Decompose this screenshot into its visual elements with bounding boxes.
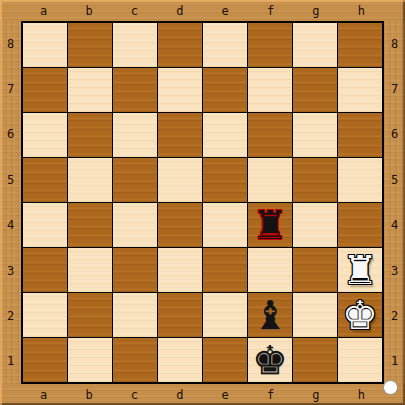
rank-labels-right: 87654321 <box>384 21 405 384</box>
square-d6[interactable] <box>158 113 202 157</box>
square-b4[interactable] <box>68 203 112 247</box>
rank-label-3: 3 <box>0 248 21 293</box>
black-bishop[interactable]: ♝ <box>252 293 288 337</box>
square-e3[interactable] <box>203 248 247 292</box>
rank-label-8: 8 <box>384 21 405 66</box>
square-b6[interactable] <box>68 113 112 157</box>
file-label-g: g <box>293 384 338 405</box>
square-g5[interactable] <box>293 158 337 202</box>
square-e7[interactable] <box>203 68 247 112</box>
file-label-h: h <box>339 384 384 405</box>
square-c6[interactable] <box>113 113 157 157</box>
white-king[interactable]: ♚ <box>342 293 378 337</box>
file-label-e: e <box>203 384 248 405</box>
file-label-d: d <box>157 0 202 21</box>
file-labels-bottom: abcdefgh <box>21 384 384 405</box>
square-c1[interactable] <box>113 338 157 382</box>
square-h8[interactable] <box>338 23 382 67</box>
square-e2[interactable] <box>203 293 247 337</box>
square-a1[interactable] <box>23 338 67 382</box>
square-f3[interactable] <box>248 248 292 292</box>
square-c8[interactable] <box>113 23 157 67</box>
square-g6[interactable] <box>293 113 337 157</box>
square-b1[interactable] <box>68 338 112 382</box>
rank-label-1: 1 <box>384 339 405 384</box>
square-g8[interactable] <box>293 23 337 67</box>
file-labels-top: abcdefgh <box>21 0 384 21</box>
square-f1[interactable]: ♚ <box>248 338 292 382</box>
square-d1[interactable] <box>158 338 202 382</box>
file-label-b: b <box>66 384 111 405</box>
square-a7[interactable] <box>23 68 67 112</box>
square-f6[interactable] <box>248 113 292 157</box>
black-rook[interactable]: ♜ <box>252 203 288 247</box>
file-label-e: e <box>203 0 248 21</box>
rank-label-2: 2 <box>384 293 405 338</box>
rank-label-4: 4 <box>384 203 405 248</box>
square-g2[interactable] <box>293 293 337 337</box>
square-c3[interactable] <box>113 248 157 292</box>
square-h4[interactable] <box>338 203 382 247</box>
file-label-h: h <box>339 0 384 21</box>
file-label-g: g <box>293 0 338 21</box>
side-to-move-indicator <box>383 380 398 395</box>
square-a6[interactable] <box>23 113 67 157</box>
square-f5[interactable] <box>248 158 292 202</box>
square-b5[interactable] <box>68 158 112 202</box>
square-d7[interactable] <box>158 68 202 112</box>
file-label-f: f <box>248 384 293 405</box>
square-h1[interactable] <box>338 338 382 382</box>
rank-label-7: 7 <box>384 66 405 111</box>
file-label-c: c <box>112 0 157 21</box>
square-b2[interactable] <box>68 293 112 337</box>
square-f2[interactable]: ♝ <box>248 293 292 337</box>
square-c4[interactable] <box>113 203 157 247</box>
rank-label-8: 8 <box>0 21 21 66</box>
square-c5[interactable] <box>113 158 157 202</box>
file-label-b: b <box>66 0 111 21</box>
file-label-a: a <box>21 384 66 405</box>
square-c2[interactable] <box>113 293 157 337</box>
rank-label-5: 5 <box>0 157 21 202</box>
square-b8[interactable] <box>68 23 112 67</box>
square-e6[interactable] <box>203 113 247 157</box>
rank-label-6: 6 <box>384 112 405 157</box>
file-label-c: c <box>112 384 157 405</box>
white-rook[interactable]: ♜ <box>342 248 378 292</box>
rank-label-1: 1 <box>0 339 21 384</box>
file-label-f: f <box>248 0 293 21</box>
square-d8[interactable] <box>158 23 202 67</box>
black-king[interactable]: ♚ <box>252 338 288 382</box>
square-h3[interactable]: ♜ <box>338 248 382 292</box>
square-c7[interactable] <box>113 68 157 112</box>
rank-label-7: 7 <box>0 66 21 111</box>
square-b7[interactable] <box>68 68 112 112</box>
square-g7[interactable] <box>293 68 337 112</box>
square-a3[interactable] <box>23 248 67 292</box>
square-g3[interactable] <box>293 248 337 292</box>
rank-label-2: 2 <box>0 293 21 338</box>
square-f7[interactable] <box>248 68 292 112</box>
square-g4[interactable] <box>293 203 337 247</box>
square-d4[interactable] <box>158 203 202 247</box>
square-e8[interactable] <box>203 23 247 67</box>
square-b3[interactable] <box>68 248 112 292</box>
square-a4[interactable] <box>23 203 67 247</box>
square-h7[interactable] <box>338 68 382 112</box>
square-d5[interactable] <box>158 158 202 202</box>
square-e5[interactable] <box>203 158 247 202</box>
square-a8[interactable] <box>23 23 67 67</box>
square-f4[interactable]: ♜ <box>248 203 292 247</box>
rank-labels-left: 87654321 <box>0 21 21 384</box>
rank-label-3: 3 <box>384 248 405 293</box>
square-f8[interactable] <box>248 23 292 67</box>
square-a2[interactable] <box>23 293 67 337</box>
chess-board: ♜♜♝♚♚ <box>21 21 384 384</box>
square-h6[interactable] <box>338 113 382 157</box>
square-h5[interactable] <box>338 158 382 202</box>
square-d2[interactable] <box>158 293 202 337</box>
square-g1[interactable] <box>293 338 337 382</box>
square-d3[interactable] <box>158 248 202 292</box>
file-label-a: a <box>21 0 66 21</box>
rank-label-4: 4 <box>0 203 21 248</box>
file-label-d: d <box>157 384 202 405</box>
square-e1[interactable] <box>203 338 247 382</box>
rank-label-6: 6 <box>0 112 21 157</box>
square-e4[interactable] <box>203 203 247 247</box>
square-h2[interactable]: ♚ <box>338 293 382 337</box>
rank-label-5: 5 <box>384 157 405 202</box>
square-a5[interactable] <box>23 158 67 202</box>
